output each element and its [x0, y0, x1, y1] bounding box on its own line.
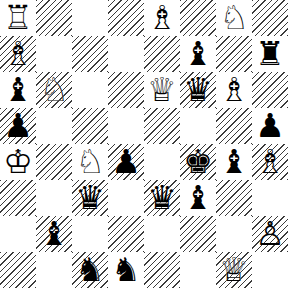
black-pawn-piece: ♟	[255, 108, 285, 144]
square-a1[interactable]	[0, 252, 36, 288]
square-g8[interactable]: ♘	[216, 0, 252, 36]
square-h7[interactable]: ♜	[252, 36, 288, 72]
square-f5[interactable]	[180, 108, 216, 144]
square-b5[interactable]	[36, 108, 72, 144]
square-b7[interactable]	[36, 36, 72, 72]
chess-board: ♖♗♘♗♝♜♝♘♕♛♗♟♟♔♘♟♚♝♗♛♛♝♝♙♞♞♕	[0, 0, 288, 288]
black-bishop-piece: ♝	[183, 180, 213, 216]
square-e5[interactable]	[144, 108, 180, 144]
square-g4[interactable]: ♝	[216, 144, 252, 180]
square-f1[interactable]	[180, 252, 216, 288]
white-bishop-piece: ♗	[147, 0, 177, 36]
square-f6[interactable]: ♛	[180, 72, 216, 108]
square-f3[interactable]: ♝	[180, 180, 216, 216]
square-c7[interactable]	[72, 36, 108, 72]
square-e3[interactable]: ♛	[144, 180, 180, 216]
black-knight-piece: ♞	[111, 252, 141, 288]
square-f2[interactable]	[180, 216, 216, 252]
white-bishop-piece: ♗	[255, 144, 285, 180]
square-d5[interactable]	[108, 108, 144, 144]
square-a5[interactable]: ♟	[0, 108, 36, 144]
square-a6[interactable]: ♝	[0, 72, 36, 108]
square-h5[interactable]: ♟	[252, 108, 288, 144]
white-queen-piece: ♕	[219, 252, 249, 288]
square-e4[interactable]	[144, 144, 180, 180]
black-pawn-piece: ♟	[3, 108, 33, 144]
square-c8[interactable]	[72, 0, 108, 36]
square-h2[interactable]: ♙	[252, 216, 288, 252]
square-b6[interactable]: ♘	[36, 72, 72, 108]
square-b3[interactable]	[36, 180, 72, 216]
square-b4[interactable]	[36, 144, 72, 180]
chess-diagram: ♖♗♘♗♝♜♝♘♕♛♗♟♟♔♘♟♚♝♗♛♛♝♝♙♞♞♕	[0, 0, 288, 288]
square-c3[interactable]: ♛	[72, 180, 108, 216]
square-g6[interactable]: ♗	[216, 72, 252, 108]
square-d7[interactable]	[108, 36, 144, 72]
square-c6[interactable]	[72, 72, 108, 108]
square-a8[interactable]: ♖	[0, 0, 36, 36]
square-a4[interactable]: ♔	[0, 144, 36, 180]
black-knight-piece: ♞	[75, 252, 105, 288]
black-pawn-piece: ♟	[111, 144, 141, 180]
black-king-piece: ♚	[183, 144, 213, 180]
white-king-piece: ♔	[3, 144, 33, 180]
square-h3[interactable]	[252, 180, 288, 216]
white-knight-piece: ♘	[39, 72, 69, 108]
black-rook-piece: ♜	[255, 36, 285, 72]
white-rook-piece: ♖	[3, 0, 33, 36]
square-b2[interactable]: ♝	[36, 216, 72, 252]
square-d2[interactable]	[108, 216, 144, 252]
black-bishop-piece: ♝	[219, 144, 249, 180]
square-g2[interactable]	[216, 216, 252, 252]
square-c1[interactable]: ♞	[72, 252, 108, 288]
square-c4[interactable]: ♘	[72, 144, 108, 180]
square-d8[interactable]	[108, 0, 144, 36]
square-h6[interactable]	[252, 72, 288, 108]
square-c5[interactable]	[72, 108, 108, 144]
square-d3[interactable]	[108, 180, 144, 216]
square-g7[interactable]	[216, 36, 252, 72]
black-queen-piece: ♛	[147, 180, 177, 216]
square-b1[interactable]	[36, 252, 72, 288]
white-pawn-piece: ♙	[255, 216, 285, 252]
square-h4[interactable]: ♗	[252, 144, 288, 180]
square-f8[interactable]	[180, 0, 216, 36]
square-h1[interactable]	[252, 252, 288, 288]
square-e6[interactable]: ♕	[144, 72, 180, 108]
square-e1[interactable]	[144, 252, 180, 288]
white-bishop-piece: ♗	[219, 72, 249, 108]
black-queen-piece: ♛	[183, 72, 213, 108]
square-d6[interactable]	[108, 72, 144, 108]
square-g5[interactable]	[216, 108, 252, 144]
square-a7[interactable]: ♗	[0, 36, 36, 72]
black-bishop-piece: ♝	[3, 72, 33, 108]
square-a2[interactable]	[0, 216, 36, 252]
white-knight-piece: ♘	[219, 0, 249, 36]
square-b8[interactable]	[36, 0, 72, 36]
square-e8[interactable]: ♗	[144, 0, 180, 36]
square-a3[interactable]	[0, 180, 36, 216]
black-bishop-piece: ♝	[39, 216, 69, 252]
white-queen-piece: ♕	[147, 72, 177, 108]
square-f4[interactable]: ♚	[180, 144, 216, 180]
black-queen-piece: ♛	[75, 180, 105, 216]
square-f7[interactable]: ♝	[180, 36, 216, 72]
white-knight-piece: ♘	[75, 144, 105, 180]
square-d1[interactable]: ♞	[108, 252, 144, 288]
square-g3[interactable]	[216, 180, 252, 216]
square-e2[interactable]	[144, 216, 180, 252]
white-bishop-piece: ♗	[3, 36, 33, 72]
square-h8[interactable]	[252, 0, 288, 36]
black-bishop-piece: ♝	[183, 36, 213, 72]
square-d4[interactable]: ♟	[108, 144, 144, 180]
square-c2[interactable]	[72, 216, 108, 252]
square-e7[interactable]	[144, 36, 180, 72]
square-g1[interactable]: ♕	[216, 252, 252, 288]
